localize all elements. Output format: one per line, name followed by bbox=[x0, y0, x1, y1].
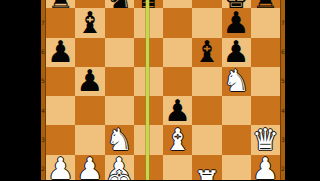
white-king-c1[interactable]: ♚ bbox=[105, 168, 134, 180]
square-f4[interactable] bbox=[192, 96, 221, 125]
black-pawn-e4[interactable]: ♟ bbox=[163, 96, 192, 125]
white-knight-g5[interactable]: ♞ bbox=[222, 67, 251, 96]
black-knight-c8[interactable]: ♞ bbox=[105, 0, 134, 12]
square-h4[interactable] bbox=[251, 96, 280, 125]
rank-label-4-right: 4 bbox=[280, 108, 286, 114]
square-b3[interactable] bbox=[75, 125, 104, 154]
square-c4[interactable] bbox=[105, 96, 134, 125]
square-g4[interactable] bbox=[222, 96, 251, 125]
square-f7[interactable] bbox=[192, 8, 221, 37]
square-g2[interactable] bbox=[222, 155, 251, 181]
square-a5[interactable] bbox=[46, 67, 75, 96]
square-a4[interactable] bbox=[46, 96, 75, 125]
black-pawn-g6[interactable]: ♟ bbox=[222, 38, 251, 67]
black-rook-a8[interactable]: ♜ bbox=[46, 0, 75, 12]
white-queen-h3[interactable]: ♛ bbox=[251, 125, 280, 154]
rank-label-4-left: 4 bbox=[40, 108, 46, 114]
black-rook-h8[interactable]: ♜ bbox=[251, 0, 280, 12]
square-a3[interactable] bbox=[46, 125, 75, 154]
black-pawn-a6[interactable]: ♟ bbox=[46, 38, 75, 67]
square-h6[interactable] bbox=[251, 38, 280, 67]
rank-label-3-right: 3 bbox=[280, 137, 286, 143]
square-e2[interactable] bbox=[163, 155, 192, 181]
rank-label-7-right: 7 bbox=[280, 20, 286, 26]
black-bishop-f6[interactable]: ♝ bbox=[192, 38, 221, 67]
board-border-right bbox=[280, 0, 286, 180]
black-bishop-b7[interactable]: ♝ bbox=[75, 8, 104, 37]
white-rook-f1[interactable]: ♜ bbox=[192, 168, 221, 180]
rank-label-7-left: 7 bbox=[40, 20, 46, 26]
square-g3[interactable] bbox=[222, 125, 251, 154]
black-pawn-b5[interactable]: ♟ bbox=[75, 67, 104, 96]
square-h5[interactable] bbox=[251, 67, 280, 96]
square-c5[interactable] bbox=[105, 67, 134, 96]
rank-label-5-left: 5 bbox=[40, 78, 46, 84]
square-f8[interactable] bbox=[192, 0, 221, 8]
square-b6[interactable] bbox=[75, 38, 104, 67]
white-bishop-e3[interactable]: ♝ bbox=[163, 125, 192, 154]
analysis-line-overlay bbox=[146, 0, 149, 180]
black-pawn-g7[interactable]: ♟ bbox=[222, 8, 251, 37]
chess-screenshot: 8877665544332211♜♞♛♚♜♝♟♟♝♟♟♞♟♞♝♛♟♟♟♟♚♜ bbox=[0, 0, 320, 180]
rank-label-6-right: 6 bbox=[280, 49, 286, 55]
square-f5[interactable] bbox=[192, 67, 221, 96]
white-pawn-b2[interactable]: ♟ bbox=[75, 155, 104, 181]
rank-label-2-right: 2 bbox=[280, 166, 286, 172]
square-e5[interactable] bbox=[163, 67, 192, 96]
rank-label-3-left: 3 bbox=[40, 137, 46, 143]
rank-label-5-right: 5 bbox=[280, 78, 286, 84]
square-e7[interactable] bbox=[163, 8, 192, 37]
white-pawn-h2[interactable]: ♟ bbox=[251, 155, 280, 181]
white-pawn-a2[interactable]: ♟ bbox=[46, 155, 75, 181]
square-c6[interactable] bbox=[105, 38, 134, 67]
square-f3[interactable] bbox=[192, 125, 221, 154]
white-knight-c3[interactable]: ♞ bbox=[105, 125, 134, 154]
square-e8[interactable] bbox=[163, 0, 192, 8]
square-b4[interactable] bbox=[75, 96, 104, 125]
square-e6[interactable] bbox=[163, 38, 192, 67]
